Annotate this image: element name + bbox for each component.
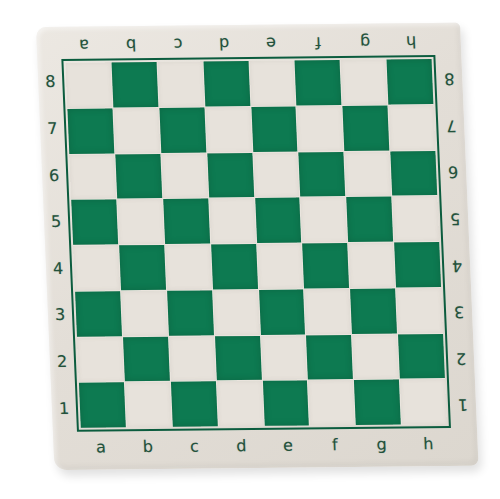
rank-label-left: 6 [41, 152, 67, 199]
rank-label-right: 7 [437, 101, 465, 148]
rank-label-right: 1 [449, 381, 477, 428]
square-a1[interactable] [79, 383, 126, 428]
square-f8[interactable] [295, 60, 342, 105]
rank-label-left: 8 [37, 59, 63, 106]
square-d2[interactable] [215, 335, 262, 380]
square-h5[interactable] [392, 196, 439, 241]
square-e6[interactable] [253, 152, 300, 197]
square-g5[interactable] [347, 197, 394, 242]
square-h7[interactable] [389, 105, 436, 150]
rank-label-right: 3 [445, 288, 473, 335]
square-h3[interactable] [396, 288, 443, 333]
square-d4[interactable] [211, 244, 258, 289]
square-c4[interactable] [165, 244, 212, 289]
file-label-top: a [60, 30, 108, 58]
square-c5[interactable] [163, 199, 210, 244]
rank-label-right: 8 [435, 55, 463, 102]
square-b7[interactable] [113, 108, 160, 153]
square-c6[interactable] [161, 153, 208, 198]
square-f5[interactable] [301, 197, 348, 242]
rank-label-right: 2 [447, 334, 475, 381]
square-a6[interactable] [69, 154, 116, 199]
square-g1[interactable] [354, 380, 401, 425]
square-b1[interactable] [125, 382, 172, 427]
square-b3[interactable] [121, 291, 168, 336]
file-label-bottom: f [311, 429, 359, 461]
square-d1[interactable] [217, 381, 264, 426]
file-label-bottom: e [264, 429, 312, 461]
square-e4[interactable] [257, 243, 304, 288]
chess-board [66, 59, 447, 428]
square-g4[interactable] [348, 242, 395, 287]
file-label-bottom: b [124, 431, 172, 463]
chess-mat: abcdefgh 87654321 87654321 abcdefgh [36, 23, 479, 470]
rank-label-left: 5 [43, 199, 69, 246]
mat-layout: abcdefgh 87654321 87654321 abcdefgh [36, 27, 478, 464]
rank-label-right: 4 [443, 241, 471, 288]
file-label-top: e [247, 29, 295, 57]
file-labels-bottom: abcdefgh [77, 428, 452, 464]
square-b8[interactable] [111, 62, 158, 107]
square-a4[interactable] [73, 245, 120, 290]
square-f4[interactable] [303, 243, 350, 288]
square-e5[interactable] [255, 198, 302, 243]
square-e8[interactable] [249, 61, 296, 106]
square-d8[interactable] [203, 61, 250, 106]
square-f1[interactable] [308, 380, 355, 425]
rank-label-right: 6 [439, 148, 467, 195]
square-g2[interactable] [352, 334, 399, 379]
file-labels-top: abcdefgh [60, 27, 435, 59]
rank-label-left: 4 [45, 245, 71, 292]
square-b5[interactable] [117, 199, 164, 244]
square-g3[interactable] [350, 288, 397, 333]
square-b2[interactable] [123, 336, 170, 381]
square-h1[interactable] [400, 379, 447, 424]
square-e7[interactable] [251, 106, 298, 151]
file-label-bottom: g [357, 428, 405, 460]
square-a2[interactable] [77, 337, 124, 382]
file-label-bottom: d [217, 430, 265, 462]
file-label-bottom: h [404, 428, 452, 460]
square-c8[interactable] [157, 61, 204, 106]
file-label-top: c [154, 29, 202, 57]
board-frame [61, 55, 451, 432]
square-h6[interactable] [390, 151, 437, 196]
square-e1[interactable] [262, 381, 309, 426]
square-g8[interactable] [341, 60, 388, 105]
square-f6[interactable] [299, 152, 346, 197]
square-h8[interactable] [387, 59, 434, 104]
square-c1[interactable] [171, 382, 218, 427]
file-label-top: f [294, 28, 342, 56]
file-label-top: g [341, 28, 389, 56]
file-label-top: b [107, 30, 155, 58]
file-label-bottom: a [77, 431, 125, 463]
square-d6[interactable] [207, 152, 254, 197]
square-c2[interactable] [169, 336, 216, 381]
square-d7[interactable] [205, 107, 252, 152]
square-a3[interactable] [75, 291, 122, 336]
product-photo-background: abcdefgh 87654321 87654321 abcdefgh [0, 0, 500, 499]
square-h2[interactable] [398, 333, 445, 378]
square-c3[interactable] [167, 290, 214, 335]
square-f7[interactable] [297, 106, 344, 151]
file-label-top: d [200, 29, 248, 57]
rank-label-left: 2 [49, 339, 75, 386]
square-g7[interactable] [343, 105, 390, 150]
square-b6[interactable] [115, 153, 162, 198]
square-a5[interactable] [71, 200, 118, 245]
square-g6[interactable] [345, 151, 392, 196]
rank-label-left: 3 [47, 292, 73, 339]
file-label-bottom: c [170, 430, 218, 462]
square-d5[interactable] [209, 198, 256, 243]
square-a8[interactable] [66, 62, 113, 107]
rank-label-right: 5 [441, 195, 469, 242]
square-e2[interactable] [261, 335, 308, 380]
file-label-top: h [387, 27, 435, 55]
square-e3[interactable] [259, 289, 306, 334]
square-f2[interactable] [306, 334, 353, 379]
square-f3[interactable] [304, 289, 351, 334]
square-h4[interactable] [394, 242, 441, 287]
rank-label-left: 1 [51, 385, 77, 432]
square-b4[interactable] [119, 245, 166, 290]
square-a7[interactable] [67, 108, 114, 153]
rank-label-left: 7 [39, 106, 65, 153]
square-d3[interactable] [213, 290, 260, 335]
square-c7[interactable] [159, 107, 206, 152]
